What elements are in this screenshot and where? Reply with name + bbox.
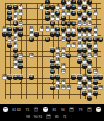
- black-stone: 91: [66, 37, 71, 42]
- black-stone: 73: [7, 32, 12, 37]
- white-stone: 14: [77, 5, 82, 10]
- footer-move-numbers: 61 63: [12, 108, 21, 112]
- white-stone: 158: [98, 86, 103, 91]
- black-stone: 145: [18, 75, 23, 80]
- footer-annotation-line-1: 9661 63717478819488799298: [0, 104, 104, 113]
- black-stone: 157: [87, 75, 92, 80]
- black-stone: 35: [87, 11, 92, 16]
- black-stone: 81: [55, 32, 60, 37]
- white-stone: 50: [2, 27, 7, 32]
- white-stone: 130: [87, 64, 92, 69]
- white-stone: 122: [55, 59, 60, 64]
- black-stone: 137: [50, 69, 55, 74]
- white-stone: 46: [82, 21, 87, 26]
- black-stone-footer: 93: [46, 114, 51, 119]
- white-stone: 120: [13, 59, 18, 64]
- black-stone-footer: 88: [69, 107, 74, 112]
- white-stone: 108: [29, 53, 34, 58]
- black-stone: 53: [71, 21, 76, 26]
- white-stone: 138: [82, 75, 87, 80]
- black-stone: 51: [66, 21, 71, 26]
- white-stone: 70: [61, 32, 66, 37]
- black-stone: 27: [45, 11, 50, 16]
- black-stone: 173: [82, 91, 87, 96]
- white-stone: 40: [87, 16, 92, 21]
- black-stone: 87: [29, 37, 34, 42]
- white-stone: 114: [77, 53, 82, 58]
- white-stone: 62: [71, 27, 76, 32]
- black-stone: 13: [13, 5, 18, 10]
- white-stone: 160: [87, 91, 92, 96]
- white-stone: 48: [87, 21, 92, 26]
- white-stone: 136: [2, 75, 7, 80]
- white-stone: 22: [50, 11, 55, 16]
- white-stone: 12: [61, 5, 66, 10]
- black-stone: 155: [77, 75, 82, 80]
- black-stone: 77: [34, 32, 39, 37]
- black-stone: 95: [87, 37, 92, 42]
- black-stone: 153: [71, 75, 76, 80]
- black-stone: 37: [7, 16, 12, 21]
- black-stone: 175: [93, 91, 98, 96]
- white-stone: 8: [39, 5, 44, 10]
- white-stone: 82: [13, 37, 18, 42]
- black-stone: 15: [45, 5, 50, 10]
- black-stone: 113: [93, 48, 98, 53]
- black-stone: 111: [82, 48, 87, 53]
- black-stone: 55: [7, 27, 12, 32]
- black-stone: 177: [87, 96, 92, 101]
- black-stone: 61: [55, 27, 60, 32]
- white-stone: 132: [61, 69, 66, 74]
- white-stone: 118: [93, 53, 98, 58]
- black-stone: 45: [13, 21, 18, 26]
- white-stone: 26: [66, 11, 71, 16]
- footer-move-numbers: 71: [63, 115, 67, 119]
- white-stone: 6: [18, 5, 23, 10]
- black-stone: 97: [93, 37, 98, 42]
- black-stone: 139: [87, 69, 92, 74]
- black-stone: 103: [87, 43, 92, 48]
- white-stone: 80: [7, 37, 12, 42]
- white-stone: 76: [87, 32, 92, 37]
- white-stone-footer: 98: [96, 107, 101, 112]
- white-stone: 104: [87, 48, 92, 53]
- white-stone: 64: [93, 27, 98, 32]
- black-stone: 143: [13, 75, 18, 80]
- white-stone: 52: [29, 27, 34, 32]
- white-stone: 60: [66, 27, 71, 32]
- white-stone: 94: [77, 43, 82, 48]
- stone-grid: 1325749111368151710121921142316251820272…: [2, 0, 104, 101]
- footer-move-numbers: 85: [55, 115, 59, 119]
- black-stone: 17: [50, 5, 55, 10]
- white-stone: 156: [87, 86, 92, 91]
- white-stone: 116: [87, 53, 92, 58]
- black-stone: 161: [98, 75, 103, 80]
- white-stone: 24: [61, 11, 66, 16]
- kifu-footer: 9661 63717478819488799298 9890 91938571: [0, 104, 104, 121]
- black-stone: 57: [13, 27, 18, 32]
- white-stone: 152: [66, 86, 71, 91]
- black-stone: 47: [50, 21, 55, 26]
- black-stone: 123: [50, 59, 55, 64]
- black-stone: 59: [18, 27, 23, 32]
- black-stone: 133: [55, 64, 60, 69]
- white-stone: 106: [18, 53, 23, 58]
- black-stone: 151: [55, 75, 60, 80]
- go-board: 1325749111368151710121921142316251820272…: [0, 0, 104, 104]
- white-stone: 30: [93, 11, 98, 16]
- white-stone: 16: [87, 5, 92, 10]
- white-stone: 54: [39, 27, 44, 32]
- black-stone: 147: [29, 75, 34, 80]
- black-stone: 69: [87, 27, 92, 32]
- black-stone: 169: [77, 86, 82, 91]
- white-stone: 44: [77, 21, 82, 26]
- white-stone: 34: [50, 16, 55, 21]
- black-stone: 11: [7, 5, 12, 10]
- black-stone-footer: 74: [34, 107, 39, 112]
- white-stone: 84: [61, 37, 66, 42]
- black-stone: 165: [93, 80, 98, 85]
- white-stone: 28: [82, 11, 87, 16]
- white-stone-footer: 78: [43, 107, 48, 112]
- footer-move-numbers: 94: [61, 108, 65, 112]
- footer-move-numbers: 79: [79, 108, 83, 112]
- black-stone: 115: [13, 53, 18, 58]
- white-stone: 20: [18, 11, 23, 16]
- white-stone: 18: [13, 11, 18, 16]
- black-stone: 159: [93, 75, 98, 80]
- black-stone: 23: [82, 5, 87, 10]
- white-stone: 10: [55, 5, 60, 10]
- black-stone: 107: [50, 48, 55, 53]
- white-stone: 146: [87, 80, 92, 85]
- white-stone: 66: [13, 32, 18, 37]
- black-stone: 31: [71, 11, 76, 16]
- white-stone: 42: [18, 21, 23, 26]
- black-stone: 127: [87, 59, 92, 64]
- white-stone: 86: [77, 37, 82, 42]
- board-cell[interactable]: [98, 96, 103, 101]
- white-stone: 68: [29, 32, 34, 37]
- black-stone: 79: [50, 32, 55, 37]
- white-stone: 36: [55, 16, 60, 21]
- white-stone: 100: [55, 48, 60, 53]
- black-stone: 49: [61, 21, 66, 26]
- black-stone: 65: [77, 27, 82, 32]
- white-stone: 74: [82, 32, 87, 37]
- black-stone: 67: [82, 27, 87, 32]
- white-stone: 144: [77, 80, 82, 85]
- footer-annotation-line-2: 9890 91938571: [0, 113, 104, 120]
- white-stone-footer: 96: [3, 107, 8, 112]
- black-stone: 39: [45, 16, 50, 21]
- black-stone: 63: [61, 27, 66, 32]
- black-stone: 121: [18, 59, 23, 64]
- footer-move-numbers: 98: [26, 115, 30, 119]
- black-stone: 119: [82, 53, 87, 58]
- white-stone: 102: [61, 48, 66, 53]
- white-stone: 78: [93, 32, 98, 37]
- white-stone: 96: [82, 43, 87, 48]
- black-stone: 163: [82, 80, 87, 85]
- white-stone: 150: [61, 86, 66, 91]
- black-stone: 33: [77, 11, 82, 16]
- footer-move-numbers: 71: [25, 108, 29, 112]
- black-stone: 129: [18, 64, 23, 69]
- white-stone: 126: [13, 64, 18, 69]
- footer-move-numbers: 81: [52, 108, 56, 112]
- black-stone: 25: [7, 11, 12, 16]
- black-stone: 75: [18, 32, 23, 37]
- black-stone: 93: [82, 37, 87, 42]
- white-stone: 58: [50, 27, 55, 32]
- white-stone: 56: [45, 27, 50, 32]
- white-stone: 112: [61, 53, 66, 58]
- white-stone: 140: [55, 80, 60, 85]
- white-stone: 124: [82, 59, 87, 64]
- black-stone: 19: [66, 5, 71, 10]
- black-stone: 135: [82, 64, 87, 69]
- black-stone: 109: [77, 48, 82, 53]
- black-stone: 125: [77, 59, 82, 64]
- white-stone: 148: [55, 86, 60, 91]
- white-stone: 32: [13, 16, 18, 21]
- black-stone: 41: [61, 16, 66, 21]
- white-stone: 98: [93, 43, 98, 48]
- black-stone: 141: [7, 75, 12, 80]
- black-stone: 117: [66, 53, 71, 58]
- black-stone: 131: [50, 64, 55, 69]
- white-stone: 38: [77, 16, 82, 21]
- black-stone: 105: [13, 48, 18, 53]
- white-stone: 110: [55, 53, 60, 58]
- black-stone: 149: [50, 75, 55, 80]
- black-stone: 83: [66, 32, 71, 37]
- black-stone: 101: [7, 43, 12, 48]
- white-stone: 128: [61, 64, 66, 69]
- white-stone: 134: [93, 69, 98, 74]
- black-stone: 89: [45, 37, 50, 42]
- black-stone-footer: 92: [87, 107, 92, 112]
- black-stone: 99: [98, 37, 103, 42]
- black-stone: 85: [71, 32, 76, 37]
- white-stone: 72: [77, 32, 82, 37]
- white-stone: 92: [71, 43, 76, 48]
- black-stone: 29: [55, 11, 60, 16]
- white-stone: 90: [66, 43, 71, 48]
- black-stone: 171: [93, 86, 98, 91]
- black-stone: 167: [50, 86, 55, 91]
- black-stone: 43: [82, 16, 87, 21]
- white-stone: 88: [13, 43, 18, 48]
- footer-move-numbers: 90 91: [34, 115, 43, 119]
- black-stone: 21: [71, 5, 76, 10]
- white-stone: 142: [61, 80, 66, 85]
- white-stone: 154: [82, 86, 87, 91]
- black-stone: 71: [2, 32, 7, 37]
